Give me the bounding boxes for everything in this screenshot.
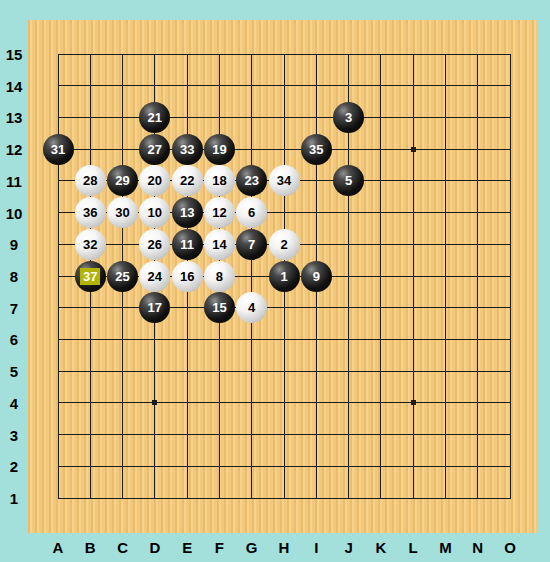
stone-white-8[interactable]: 8 (204, 261, 235, 292)
move-number: 29 (115, 174, 129, 187)
column-label-O: O (504, 539, 516, 556)
row-label-7: 7 (10, 299, 18, 316)
stone-white-26[interactable]: 26 (139, 229, 170, 260)
grid-line-horizontal (58, 339, 511, 340)
stone-white-22[interactable]: 22 (172, 165, 203, 196)
row-label-3: 3 (10, 426, 18, 443)
move-number: 24 (148, 270, 162, 283)
stone-white-30[interactable]: 30 (107, 197, 138, 228)
stone-black-37[interactable]: 37 (75, 261, 106, 292)
stone-black-7[interactable]: 7 (236, 229, 267, 260)
move-number: 18 (212, 174, 226, 187)
stone-white-28[interactable]: 28 (75, 165, 106, 196)
stone-white-2[interactable]: 2 (269, 229, 300, 260)
grid-line-vertical (477, 54, 478, 499)
move-number: 35 (309, 143, 323, 156)
move-number: 13 (180, 206, 194, 219)
grid-line-horizontal (58, 371, 511, 372)
stone-black-11[interactable]: 11 (172, 229, 203, 260)
grid-line-horizontal (58, 54, 511, 55)
grid-line-vertical (445, 54, 446, 499)
column-label-F: F (215, 539, 224, 556)
stone-black-3[interactable]: 3 (333, 102, 364, 133)
move-number: 27 (148, 143, 162, 156)
column-label-N: N (472, 539, 483, 556)
move-number: 30 (115, 206, 129, 219)
move-number: 33 (180, 143, 194, 156)
grid-line-horizontal (58, 307, 511, 308)
grid-line-vertical (58, 54, 59, 499)
stone-black-19[interactable]: 19 (204, 134, 235, 165)
row-label-14: 14 (6, 77, 23, 94)
row-label-8: 8 (10, 268, 18, 285)
move-number: 8 (216, 270, 223, 283)
column-label-D: D (149, 539, 160, 556)
move-number: 7 (248, 238, 255, 251)
star-point (152, 400, 157, 405)
stone-black-25[interactable]: 25 (107, 261, 138, 292)
grid-line-vertical (510, 54, 511, 499)
move-number: 32 (83, 238, 97, 251)
move-number: 31 (51, 143, 65, 156)
grid-line-vertical (251, 54, 252, 499)
column-label-G: G (246, 539, 258, 556)
move-number: 21 (148, 111, 162, 124)
grid-line-horizontal (58, 498, 511, 499)
column-label-M: M (439, 539, 452, 556)
move-number: 15 (212, 301, 226, 314)
column-label-E: E (182, 539, 192, 556)
row-label-11: 11 (6, 172, 22, 189)
move-number: 5 (345, 174, 352, 187)
column-label-J: J (344, 539, 352, 556)
move-number: 14 (212, 238, 226, 251)
grid-line-horizontal (58, 434, 511, 435)
stone-black-35[interactable]: 35 (301, 134, 332, 165)
move-number: 25 (115, 270, 129, 283)
column-label-L: L (409, 539, 418, 556)
stone-white-32[interactable]: 32 (75, 229, 106, 260)
grid-line-vertical (380, 54, 381, 499)
move-number: 23 (244, 174, 258, 187)
move-number: 16 (180, 270, 194, 283)
stone-white-14[interactable]: 14 (204, 229, 235, 260)
row-label-4: 4 (10, 394, 18, 411)
star-point (411, 400, 416, 405)
row-label-1: 1 (10, 490, 18, 507)
stone-black-9[interactable]: 9 (301, 261, 332, 292)
move-number: 3 (345, 111, 352, 124)
stone-black-13[interactable]: 13 (172, 197, 203, 228)
move-number: 34 (277, 174, 291, 187)
move-number: 22 (180, 174, 194, 187)
move-number: 11 (180, 238, 194, 251)
move-number: 19 (212, 143, 226, 156)
stone-white-36[interactable]: 36 (75, 197, 106, 228)
grid-line-horizontal (58, 466, 511, 467)
move-number: 6 (248, 206, 255, 219)
move-number: 12 (212, 206, 226, 219)
stone-black-15[interactable]: 15 (204, 292, 235, 323)
column-label-H: H (279, 539, 290, 556)
move-number: 36 (83, 206, 97, 219)
go-diagram-screen: 1234567891011121314151617181920212223242… (0, 0, 550, 562)
grid-line-horizontal (58, 402, 511, 403)
stone-black-33[interactable]: 33 (172, 134, 203, 165)
stone-black-1[interactable]: 1 (269, 261, 300, 292)
row-label-13: 13 (6, 109, 23, 126)
stone-white-12[interactable]: 12 (204, 197, 235, 228)
row-label-6: 6 (10, 331, 18, 348)
column-label-B: B (85, 539, 96, 556)
star-point (411, 147, 416, 152)
column-label-C: C (117, 539, 128, 556)
row-label-15: 15 (6, 46, 23, 63)
move-number: 4 (248, 301, 255, 314)
last-move-number: 37 (80, 268, 100, 285)
stone-black-31[interactable]: 31 (43, 134, 74, 165)
column-label-A: A (53, 539, 64, 556)
column-label-K: K (375, 539, 386, 556)
move-number: 17 (148, 301, 162, 314)
stone-black-27[interactable]: 27 (139, 134, 170, 165)
move-number: 1 (280, 270, 287, 283)
move-number: 2 (280, 238, 287, 251)
move-number: 28 (83, 174, 97, 187)
row-label-10: 10 (6, 204, 23, 221)
move-number: 20 (148, 174, 162, 187)
row-label-9: 9 (10, 236, 18, 253)
column-label-I: I (314, 539, 318, 556)
stone-white-24[interactable]: 24 (139, 261, 170, 292)
grid-line-horizontal (58, 85, 511, 86)
grid-line-horizontal (58, 149, 511, 150)
grid-line-vertical (413, 54, 414, 499)
stone-white-34[interactable]: 34 (269, 165, 300, 196)
row-label-12: 12 (6, 141, 23, 158)
row-label-2: 2 (10, 458, 18, 475)
row-label-5: 5 (10, 363, 18, 380)
move-number: 9 (313, 270, 320, 283)
stone-white-16[interactable]: 16 (172, 261, 203, 292)
move-number: 10 (148, 206, 162, 219)
grid-line-horizontal (58, 117, 511, 118)
move-number: 26 (148, 238, 162, 251)
